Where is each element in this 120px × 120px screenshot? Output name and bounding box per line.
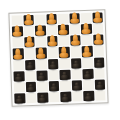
orange-piece[interactable] — [47, 13, 56, 24]
orange-piece[interactable] — [93, 34, 102, 45]
piece-body — [85, 96, 93, 101]
board-square-r2c1[interactable] — [12, 26, 23, 36]
black-piece[interactable] — [72, 60, 80, 68]
board-square-r8c5[interactable] — [60, 91, 71, 101]
board-square-r1c3[interactable] — [34, 14, 45, 24]
board-square-r1c6[interactable] — [69, 13, 80, 23]
board-square-r8c6[interactable] — [72, 91, 83, 101]
board-square-r4c7[interactable] — [82, 46, 93, 56]
board-square-r7c3[interactable] — [37, 81, 48, 91]
orange-piece[interactable] — [24, 14, 33, 25]
black-piece[interactable] — [39, 94, 47, 102]
orange-piece[interactable] — [59, 24, 68, 35]
orange-piece[interactable] — [82, 23, 91, 34]
board-square-r4c6[interactable] — [70, 47, 81, 57]
board-square-r5c2[interactable] — [25, 59, 36, 69]
board-square-r5c4[interactable] — [48, 59, 59, 69]
board-square-r7c1[interactable] — [14, 82, 25, 92]
board-square-r2c6[interactable] — [69, 24, 80, 34]
board-square-r6c6[interactable] — [71, 69, 82, 79]
board-square-r1c2[interactable] — [23, 15, 34, 25]
board-square-r1c5[interactable] — [57, 14, 68, 24]
board-square-r1c1[interactable] — [11, 15, 22, 25]
black-piece[interactable] — [96, 81, 104, 89]
board-square-r5c6[interactable] — [71, 58, 82, 68]
board-square-r5c3[interactable] — [36, 59, 47, 69]
board-square-r6c7[interactable] — [82, 68, 93, 78]
piece-body — [25, 42, 34, 47]
piece-body — [27, 87, 35, 92]
board-square-r4c3[interactable] — [36, 48, 47, 58]
board-square-r4c2[interactable] — [24, 48, 35, 58]
piece-body — [61, 74, 69, 79]
board-square-r7c8[interactable] — [94, 79, 105, 89]
orange-piece[interactable] — [59, 46, 68, 57]
piece-body — [84, 74, 92, 79]
board-square-r5c8[interactable] — [93, 57, 104, 67]
piece-body — [95, 62, 103, 67]
orange-piece[interactable] — [24, 36, 33, 47]
piece-body — [62, 97, 70, 102]
board-square-r4c1[interactable] — [13, 49, 24, 59]
piece-body — [60, 52, 69, 57]
board-square-r8c7[interactable] — [83, 91, 94, 101]
board-square-r7c4[interactable] — [48, 81, 59, 91]
board-square-r2c7[interactable] — [81, 24, 92, 34]
piece-body — [24, 20, 33, 25]
black-piece[interactable] — [49, 61, 57, 69]
board-square-r7c6[interactable] — [71, 80, 82, 90]
board-mat — [8, 9, 108, 106]
board-square-r3c4[interactable] — [47, 36, 58, 46]
piece-body — [59, 30, 68, 35]
piece-body — [49, 64, 57, 69]
board-square-r2c2[interactable] — [23, 26, 34, 36]
piece-body — [71, 41, 80, 46]
black-piece[interactable] — [61, 71, 69, 79]
board-square-r6c3[interactable] — [36, 70, 47, 80]
black-piece[interactable] — [95, 59, 103, 67]
black-piece[interactable] — [16, 95, 24, 103]
black-piece[interactable] — [15, 73, 23, 81]
orange-piece[interactable] — [93, 12, 102, 23]
board-square-r6c2[interactable] — [25, 70, 36, 80]
board-square-r8c8[interactable] — [95, 90, 106, 100]
board-square-r2c8[interactable] — [92, 24, 103, 34]
board-square-r6c5[interactable] — [59, 69, 70, 79]
photo-background — [0, 0, 120, 120]
piece-body — [70, 18, 79, 23]
black-piece[interactable] — [27, 84, 35, 92]
board-square-r8c1[interactable] — [14, 93, 25, 103]
black-piece[interactable] — [62, 94, 70, 102]
board-square-r3c2[interactable] — [24, 37, 35, 47]
piece-body — [94, 40, 103, 45]
board-square-r2c3[interactable] — [35, 26, 46, 36]
board-square-r1c8[interactable] — [92, 12, 103, 22]
orange-piece[interactable] — [82, 45, 91, 56]
black-piece[interactable] — [26, 61, 34, 69]
piece-body — [72, 63, 80, 68]
board-square-r1c7[interactable] — [80, 13, 91, 23]
board-square-r6c1[interactable] — [13, 71, 24, 81]
board-square-r4c5[interactable] — [59, 47, 70, 57]
piece-body — [13, 32, 22, 37]
board-square-r8c2[interactable] — [26, 93, 37, 103]
board-square-r8c4[interactable] — [49, 92, 60, 102]
board-square-r6c8[interactable] — [94, 68, 105, 78]
black-piece[interactable] — [50, 83, 58, 91]
black-piece[interactable] — [38, 72, 46, 80]
board-square-r5c1[interactable] — [13, 60, 24, 70]
board-square-r3c7[interactable] — [81, 35, 92, 45]
piece-body — [38, 75, 46, 80]
orange-piece[interactable] — [70, 12, 79, 23]
board-square-r3c5[interactable] — [58, 36, 69, 46]
board-square-r3c3[interactable] — [35, 37, 46, 47]
board-square-r7c5[interactable] — [60, 80, 71, 90]
orange-piece[interactable] — [70, 35, 79, 46]
piece-body — [48, 41, 57, 46]
piece-body — [83, 51, 92, 56]
board-square-r3c6[interactable] — [70, 35, 81, 45]
board-square-r7c2[interactable] — [25, 82, 36, 92]
board-square-r8c3[interactable] — [37, 92, 48, 102]
orange-piece[interactable] — [13, 26, 22, 37]
piece-body — [37, 53, 46, 58]
piece-body — [96, 84, 104, 89]
orange-piece[interactable] — [13, 48, 22, 59]
board-square-r1c4[interactable] — [46, 14, 57, 24]
piece-body — [47, 19, 56, 24]
board-square-r6c4[interactable] — [48, 70, 59, 80]
piece-body — [26, 64, 34, 69]
black-piece[interactable] — [73, 82, 81, 90]
piece-body — [14, 54, 23, 59]
piece-body — [82, 29, 91, 34]
piece-body — [50, 86, 58, 91]
piece-body — [36, 31, 45, 36]
board-square-r4c4[interactable] — [47, 47, 58, 57]
orange-piece[interactable] — [36, 25, 45, 36]
board-square-r3c8[interactable] — [93, 35, 104, 45]
black-piece[interactable] — [84, 71, 92, 79]
piece-body — [15, 76, 23, 81]
piece-body — [16, 98, 24, 103]
checkers-board — [11, 12, 105, 103]
board-square-r2c4[interactable] — [46, 25, 57, 35]
orange-piece[interactable] — [47, 35, 56, 46]
piece-body — [73, 85, 81, 90]
board-square-r3c1[interactable] — [12, 37, 23, 47]
board-square-r5c7[interactable] — [82, 57, 93, 67]
orange-piece[interactable] — [36, 47, 45, 58]
board-square-r4c8[interactable] — [93, 46, 104, 56]
piece-body — [39, 97, 47, 102]
piece-body — [93, 18, 102, 23]
board-square-r5c5[interactable] — [59, 58, 70, 68]
board-square-r7c7[interactable] — [83, 80, 94, 90]
black-piece[interactable] — [84, 93, 92, 101]
board-square-r2c5[interactable] — [58, 25, 69, 35]
